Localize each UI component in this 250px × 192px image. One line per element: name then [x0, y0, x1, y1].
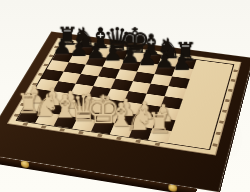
piece-black-pawn[interactable]: ♟ — [167, 52, 198, 74]
board-border-strip: ♜♞♝♛♚♝♞♜♟♟♟♟♟♟♟♟♟♟♟♟♟♟♟♟♜♞♝♛♚♝♞♜ — [7, 38, 242, 156]
chess-board-3d: ♜♞♝♛♚♝♞♜♟♟♟♟♟♟♟♟♟♟♟♟♟♟♟♟♜♞♝♛♚♝♞♜ — [0, 32, 250, 192]
product-photo-background: ♜♞♝♛♚♝♞♜♟♟♟♟♟♟♟♟♟♟♟♟♟♟♟♟♜♞♝♛♚♝♞♜ — [0, 0, 250, 192]
piece-white-rook[interactable]: ♜ — [143, 110, 177, 138]
square-h6[interactable] — [168, 76, 189, 88]
chess-board-frame: ♜♞♝♛♚♝♞♜♟♟♟♟♟♟♟♟♟♟♟♟♟♟♟♟♜♞♝♛♚♝♞♜ — [0, 32, 250, 192]
brass-clasp-left — [21, 160, 29, 168]
square-h1[interactable]: ♜ — [148, 129, 171, 143]
chess-scene: ♜♞♝♛♚♝♞♜♟♟♟♟♟♟♟♟♟♟♟♟♟♟♟♟♜♞♝♛♚♝♞♜ — [0, 0, 250, 192]
brass-clasp-right — [168, 184, 177, 192]
chess-board: ♜♞♝♛♚♝♞♜♟♟♟♟♟♟♟♟♟♟♟♟♟♟♟♟♜♞♝♛♚♝♞♜ — [17, 42, 233, 149]
board-front-edge — [0, 153, 219, 192]
square-e6[interactable] — [115, 69, 137, 81]
